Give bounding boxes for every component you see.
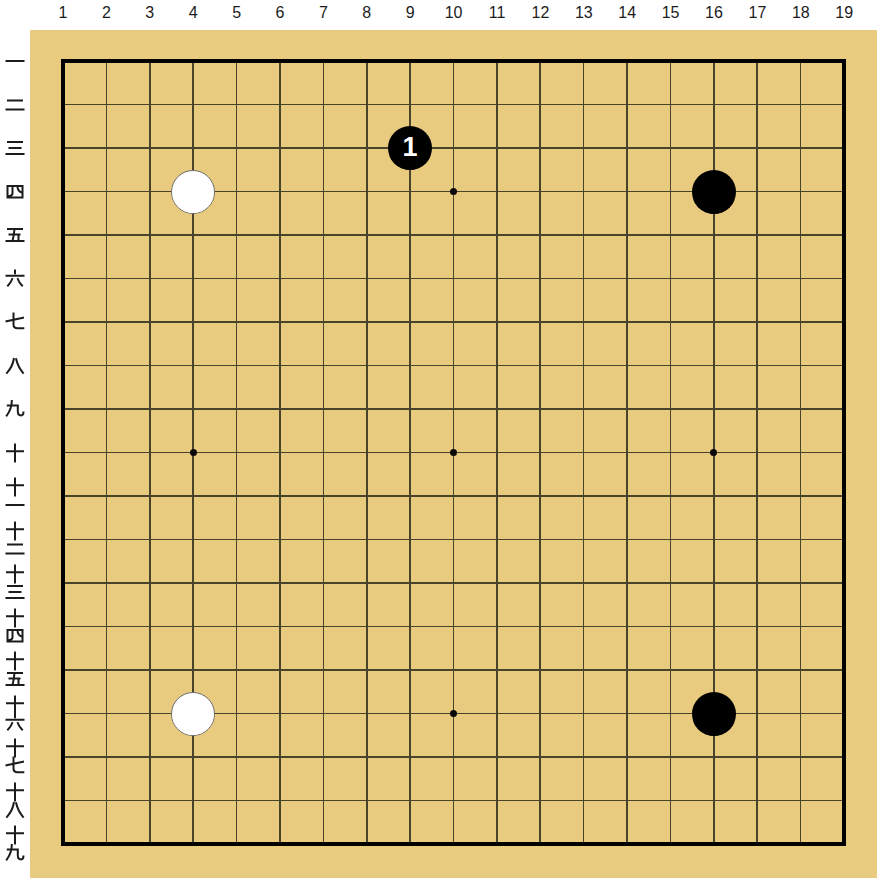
intersection-8-5[interactable] <box>345 213 388 257</box>
intersection-8-9[interactable] <box>345 387 388 431</box>
intersection-12-4[interactable] <box>519 170 562 214</box>
intersection-18-18[interactable] <box>779 779 822 823</box>
intersection-1-15[interactable] <box>41 648 84 692</box>
intersection-8-8[interactable] <box>345 344 388 388</box>
intersection-1-17[interactable] <box>41 735 84 779</box>
intersection-14-11[interactable] <box>605 474 648 518</box>
intersection-3-4[interactable] <box>128 170 171 214</box>
intersection-11-18[interactable] <box>475 779 518 823</box>
intersection-3-16[interactable] <box>128 692 171 736</box>
intersection-6-14[interactable] <box>258 605 301 649</box>
intersection-13-5[interactable] <box>562 213 605 257</box>
intersection-18-8[interactable] <box>779 344 822 388</box>
intersection-15-15[interactable] <box>649 648 692 692</box>
intersection-16-12[interactable] <box>692 518 735 562</box>
intersection-3-12[interactable] <box>128 518 171 562</box>
intersection-3-8[interactable] <box>128 344 171 388</box>
intersection-14-4[interactable] <box>605 170 648 214</box>
intersection-4-12[interactable] <box>171 518 214 562</box>
intersection-5-18[interactable] <box>215 779 258 823</box>
intersection-12-10[interactable] <box>519 431 562 475</box>
intersection-11-4[interactable] <box>475 170 518 214</box>
intersection-6-18[interactable] <box>258 779 301 823</box>
intersection-19-13[interactable] <box>822 561 865 605</box>
intersection-16-19[interactable] <box>692 822 735 866</box>
intersection-10-10[interactable] <box>432 431 475 475</box>
intersection-8-6[interactable] <box>345 257 388 301</box>
intersection-13-19[interactable] <box>562 822 605 866</box>
intersection-4-9[interactable] <box>171 387 214 431</box>
intersection-18-15[interactable] <box>779 648 822 692</box>
intersection-1-19[interactable] <box>41 822 84 866</box>
intersection-8-16[interactable] <box>345 692 388 736</box>
intersection-2-9[interactable] <box>85 387 128 431</box>
intersection-14-2[interactable] <box>605 83 648 127</box>
intersection-6-11[interactable] <box>258 474 301 518</box>
intersection-17-16[interactable] <box>736 692 779 736</box>
intersection-8-11[interactable] <box>345 474 388 518</box>
intersection-14-13[interactable] <box>605 561 648 605</box>
intersection-17-18[interactable] <box>736 779 779 823</box>
intersection-19-14[interactable] <box>822 605 865 649</box>
intersection-17-10[interactable] <box>736 431 779 475</box>
intersection-14-14[interactable] <box>605 605 648 649</box>
intersection-2-17[interactable] <box>85 735 128 779</box>
intersection-17-8[interactable] <box>736 344 779 388</box>
intersection-16-2[interactable] <box>692 83 735 127</box>
intersection-7-18[interactable] <box>302 779 345 823</box>
intersection-14-8[interactable] <box>605 344 648 388</box>
intersection-16-7[interactable] <box>692 300 735 344</box>
intersection-11-13[interactable] <box>475 561 518 605</box>
intersection-10-13[interactable] <box>432 561 475 605</box>
intersection-4-15[interactable] <box>171 648 214 692</box>
intersection-19-1[interactable] <box>822 39 865 83</box>
intersection-6-17[interactable] <box>258 735 301 779</box>
intersection-7-8[interactable] <box>302 344 345 388</box>
intersection-19-10[interactable] <box>822 431 865 475</box>
intersection-3-19[interactable] <box>128 822 171 866</box>
intersection-10-16[interactable] <box>432 692 475 736</box>
intersection-4-5[interactable] <box>171 213 214 257</box>
intersection-14-3[interactable] <box>605 126 648 170</box>
intersection-9-11[interactable] <box>388 474 431 518</box>
intersection-6-19[interactable] <box>258 822 301 866</box>
intersection-7-12[interactable] <box>302 518 345 562</box>
intersection-5-8[interactable] <box>215 344 258 388</box>
intersection-13-2[interactable] <box>562 83 605 127</box>
intersection-9-18[interactable] <box>388 779 431 823</box>
intersection-11-17[interactable] <box>475 735 518 779</box>
intersection-7-10[interactable] <box>302 431 345 475</box>
intersection-19-17[interactable] <box>822 735 865 779</box>
intersection-4-17[interactable] <box>171 735 214 779</box>
intersection-16-6[interactable] <box>692 257 735 301</box>
intersection-7-6[interactable] <box>302 257 345 301</box>
intersection-15-1[interactable] <box>649 39 692 83</box>
intersection-19-2[interactable] <box>822 83 865 127</box>
intersection-4-6[interactable] <box>171 257 214 301</box>
intersection-11-7[interactable] <box>475 300 518 344</box>
intersection-14-15[interactable] <box>605 648 648 692</box>
intersection-5-7[interactable] <box>215 300 258 344</box>
intersection-12-19[interactable] <box>519 822 562 866</box>
intersection-9-13[interactable] <box>388 561 431 605</box>
intersection-18-7[interactable] <box>779 300 822 344</box>
intersection-6-13[interactable] <box>258 561 301 605</box>
intersection-10-5[interactable] <box>432 213 475 257</box>
intersection-18-2[interactable] <box>779 83 822 127</box>
intersection-3-1[interactable] <box>128 39 171 83</box>
intersection-8-15[interactable] <box>345 648 388 692</box>
intersection-7-14[interactable] <box>302 605 345 649</box>
intersection-9-9[interactable] <box>388 387 431 431</box>
intersection-1-16[interactable] <box>41 692 84 736</box>
intersection-16-16[interactable]: ● <box>692 692 735 736</box>
intersection-5-4[interactable] <box>215 170 258 214</box>
intersection-19-7[interactable] <box>822 300 865 344</box>
intersection-5-1[interactable] <box>215 39 258 83</box>
intersection-14-1[interactable] <box>605 39 648 83</box>
intersection-9-8[interactable] <box>388 344 431 388</box>
intersection-15-8[interactable] <box>649 344 692 388</box>
intersection-5-15[interactable] <box>215 648 258 692</box>
intersection-5-11[interactable] <box>215 474 258 518</box>
intersection-9-7[interactable] <box>388 300 431 344</box>
intersection-1-13[interactable] <box>41 561 84 605</box>
intersection-12-2[interactable] <box>519 83 562 127</box>
intersection-14-12[interactable] <box>605 518 648 562</box>
intersection-6-1[interactable] <box>258 39 301 83</box>
intersection-12-15[interactable] <box>519 648 562 692</box>
intersection-15-18[interactable] <box>649 779 692 823</box>
intersection-11-9[interactable] <box>475 387 518 431</box>
intersection-15-14[interactable] <box>649 605 692 649</box>
intersection-19-3[interactable] <box>822 126 865 170</box>
intersection-9-2[interactable] <box>388 83 431 127</box>
intersection-16-1[interactable] <box>692 39 735 83</box>
intersection-16-9[interactable] <box>692 387 735 431</box>
intersection-8-7[interactable] <box>345 300 388 344</box>
intersection-13-9[interactable] <box>562 387 605 431</box>
intersection-18-17[interactable] <box>779 735 822 779</box>
intersection-2-12[interactable] <box>85 518 128 562</box>
intersection-11-1[interactable] <box>475 39 518 83</box>
intersection-15-13[interactable] <box>649 561 692 605</box>
intersection-10-7[interactable] <box>432 300 475 344</box>
intersection-6-15[interactable] <box>258 648 301 692</box>
intersection-15-3[interactable] <box>649 126 692 170</box>
intersection-15-17[interactable] <box>649 735 692 779</box>
intersection-7-5[interactable] <box>302 213 345 257</box>
intersection-2-15[interactable] <box>85 648 128 692</box>
intersection-16-10[interactable] <box>692 431 735 475</box>
intersection-13-11[interactable] <box>562 474 605 518</box>
intersection-11-12[interactable] <box>475 518 518 562</box>
intersection-18-11[interactable] <box>779 474 822 518</box>
intersection-4-4[interactable]: ● <box>171 170 214 214</box>
intersection-18-13[interactable] <box>779 561 822 605</box>
intersection-17-9[interactable] <box>736 387 779 431</box>
intersection-5-3[interactable] <box>215 126 258 170</box>
intersection-12-8[interactable] <box>519 344 562 388</box>
intersection-8-17[interactable] <box>345 735 388 779</box>
intersection-6-3[interactable] <box>258 126 301 170</box>
intersection-17-5[interactable] <box>736 213 779 257</box>
intersection-4-1[interactable] <box>171 39 214 83</box>
intersection-2-16[interactable] <box>85 692 128 736</box>
intersection-12-18[interactable] <box>519 779 562 823</box>
intersection-18-9[interactable] <box>779 387 822 431</box>
intersection-1-4[interactable] <box>41 170 84 214</box>
intersection-10-2[interactable] <box>432 83 475 127</box>
intersection-7-4[interactable] <box>302 170 345 214</box>
intersection-5-16[interactable] <box>215 692 258 736</box>
intersection-14-10[interactable] <box>605 431 648 475</box>
intersection-16-17[interactable] <box>692 735 735 779</box>
intersection-5-19[interactable] <box>215 822 258 866</box>
intersection-19-12[interactable] <box>822 518 865 562</box>
intersection-9-19[interactable] <box>388 822 431 866</box>
intersection-12-7[interactable] <box>519 300 562 344</box>
intersection-13-10[interactable] <box>562 431 605 475</box>
intersection-15-5[interactable] <box>649 213 692 257</box>
intersection-9-17[interactable] <box>388 735 431 779</box>
intersection-8-19[interactable] <box>345 822 388 866</box>
intersection-18-16[interactable] <box>779 692 822 736</box>
intersection-15-11[interactable] <box>649 474 692 518</box>
intersection-14-6[interactable] <box>605 257 648 301</box>
intersection-18-12[interactable] <box>779 518 822 562</box>
intersection-8-10[interactable] <box>345 431 388 475</box>
intersection-10-15[interactable] <box>432 648 475 692</box>
intersection-3-15[interactable] <box>128 648 171 692</box>
intersection-2-11[interactable] <box>85 474 128 518</box>
intersection-3-3[interactable] <box>128 126 171 170</box>
intersection-19-16[interactable] <box>822 692 865 736</box>
intersection-4-14[interactable] <box>171 605 214 649</box>
intersection-12-9[interactable] <box>519 387 562 431</box>
intersection-16-18[interactable] <box>692 779 735 823</box>
intersection-5-6[interactable] <box>215 257 258 301</box>
intersection-15-12[interactable] <box>649 518 692 562</box>
intersection-19-5[interactable] <box>822 213 865 257</box>
intersection-15-4[interactable] <box>649 170 692 214</box>
intersection-13-14[interactable] <box>562 605 605 649</box>
intersection-4-10[interactable] <box>171 431 214 475</box>
intersection-6-8[interactable] <box>258 344 301 388</box>
intersection-10-11[interactable] <box>432 474 475 518</box>
intersection-19-19[interactable] <box>822 822 865 866</box>
intersection-5-2[interactable] <box>215 83 258 127</box>
intersection-10-1[interactable] <box>432 39 475 83</box>
intersection-10-18[interactable] <box>432 779 475 823</box>
intersection-17-2[interactable] <box>736 83 779 127</box>
intersection-11-19[interactable] <box>475 822 518 866</box>
intersection-7-3[interactable] <box>302 126 345 170</box>
intersection-7-15[interactable] <box>302 648 345 692</box>
intersection-1-11[interactable] <box>41 474 84 518</box>
intersection-5-14[interactable] <box>215 605 258 649</box>
intersection-18-3[interactable] <box>779 126 822 170</box>
intersection-12-3[interactable] <box>519 126 562 170</box>
intersection-2-2[interactable] <box>85 83 128 127</box>
intersection-16-14[interactable] <box>692 605 735 649</box>
intersection-13-13[interactable] <box>562 561 605 605</box>
intersection-8-18[interactable] <box>345 779 388 823</box>
intersection-13-15[interactable] <box>562 648 605 692</box>
intersection-15-19[interactable] <box>649 822 692 866</box>
intersection-1-2[interactable] <box>41 83 84 127</box>
intersection-4-16[interactable]: ● <box>171 692 214 736</box>
intersection-13-8[interactable] <box>562 344 605 388</box>
intersection-18-6[interactable] <box>779 257 822 301</box>
intersection-5-13[interactable] <box>215 561 258 605</box>
intersection-8-12[interactable] <box>345 518 388 562</box>
intersection-4-8[interactable] <box>171 344 214 388</box>
intersection-14-18[interactable] <box>605 779 648 823</box>
intersection-9-16[interactable] <box>388 692 431 736</box>
intersection-19-6[interactable] <box>822 257 865 301</box>
intersection-11-10[interactable] <box>475 431 518 475</box>
intersection-12-6[interactable] <box>519 257 562 301</box>
intersection-2-3[interactable] <box>85 126 128 170</box>
intersection-1-18[interactable] <box>41 779 84 823</box>
intersection-12-11[interactable] <box>519 474 562 518</box>
intersection-1-9[interactable] <box>41 387 84 431</box>
intersection-1-1[interactable] <box>41 39 84 83</box>
intersection-3-5[interactable] <box>128 213 171 257</box>
intersection-10-12[interactable] <box>432 518 475 562</box>
intersection-6-4[interactable] <box>258 170 301 214</box>
intersection-18-14[interactable] <box>779 605 822 649</box>
intersection-3-9[interactable] <box>128 387 171 431</box>
intersection-17-11[interactable] <box>736 474 779 518</box>
intersection-6-7[interactable] <box>258 300 301 344</box>
intersection-7-13[interactable] <box>302 561 345 605</box>
intersection-4-3[interactable] <box>171 126 214 170</box>
intersection-2-1[interactable] <box>85 39 128 83</box>
intersection-6-2[interactable] <box>258 83 301 127</box>
intersection-1-7[interactable] <box>41 300 84 344</box>
intersection-8-1[interactable] <box>345 39 388 83</box>
intersection-11-5[interactable] <box>475 213 518 257</box>
intersection-8-14[interactable] <box>345 605 388 649</box>
intersection-13-4[interactable] <box>562 170 605 214</box>
intersection-10-9[interactable] <box>432 387 475 431</box>
intersection-16-15[interactable] <box>692 648 735 692</box>
intersection-9-5[interactable] <box>388 213 431 257</box>
intersection-14-7[interactable] <box>605 300 648 344</box>
intersection-2-6[interactable] <box>85 257 128 301</box>
intersection-18-19[interactable] <box>779 822 822 866</box>
intersection-17-7[interactable] <box>736 300 779 344</box>
intersection-3-13[interactable] <box>128 561 171 605</box>
intersection-1-12[interactable] <box>41 518 84 562</box>
intersection-17-14[interactable] <box>736 605 779 649</box>
intersection-13-1[interactable] <box>562 39 605 83</box>
intersection-9-4[interactable] <box>388 170 431 214</box>
intersection-3-11[interactable] <box>128 474 171 518</box>
intersection-5-17[interactable] <box>215 735 258 779</box>
intersection-3-18[interactable] <box>128 779 171 823</box>
intersection-1-5[interactable] <box>41 213 84 257</box>
intersection-1-14[interactable] <box>41 605 84 649</box>
intersection-18-10[interactable] <box>779 431 822 475</box>
intersection-4-11[interactable] <box>171 474 214 518</box>
intersection-17-6[interactable] <box>736 257 779 301</box>
intersection-11-3[interactable] <box>475 126 518 170</box>
intersection-1-8[interactable] <box>41 344 84 388</box>
intersection-2-13[interactable] <box>85 561 128 605</box>
intersection-18-5[interactable] <box>779 213 822 257</box>
intersection-7-11[interactable] <box>302 474 345 518</box>
intersection-3-17[interactable] <box>128 735 171 779</box>
intersection-17-13[interactable] <box>736 561 779 605</box>
intersection-1-10[interactable] <box>41 431 84 475</box>
intersection-5-9[interactable] <box>215 387 258 431</box>
intersection-6-12[interactable] <box>258 518 301 562</box>
intersection-18-4[interactable] <box>779 170 822 214</box>
intersection-12-12[interactable] <box>519 518 562 562</box>
intersection-2-5[interactable] <box>85 213 128 257</box>
intersection-17-19[interactable] <box>736 822 779 866</box>
intersection-2-8[interactable] <box>85 344 128 388</box>
intersection-17-12[interactable] <box>736 518 779 562</box>
intersection-5-10[interactable] <box>215 431 258 475</box>
intersection-13-12[interactable] <box>562 518 605 562</box>
intersection-14-16[interactable] <box>605 692 648 736</box>
intersection-15-2[interactable] <box>649 83 692 127</box>
intersection-16-8[interactable] <box>692 344 735 388</box>
intersection-9-1[interactable] <box>388 39 431 83</box>
intersection-11-2[interactable] <box>475 83 518 127</box>
intersection-17-4[interactable] <box>736 170 779 214</box>
intersection-7-1[interactable] <box>302 39 345 83</box>
intersection-10-8[interactable] <box>432 344 475 388</box>
intersection-10-19[interactable] <box>432 822 475 866</box>
intersection-11-11[interactable] <box>475 474 518 518</box>
intersection-9-10[interactable] <box>388 431 431 475</box>
intersection-19-15[interactable] <box>822 648 865 692</box>
intersection-9-3[interactable]: ●1 <box>388 126 431 170</box>
intersection-17-1[interactable] <box>736 39 779 83</box>
intersection-9-15[interactable] <box>388 648 431 692</box>
intersection-5-12[interactable] <box>215 518 258 562</box>
intersection-14-5[interactable] <box>605 213 648 257</box>
intersection-9-14[interactable] <box>388 605 431 649</box>
intersection-3-6[interactable] <box>128 257 171 301</box>
intersection-3-2[interactable] <box>128 83 171 127</box>
intersection-11-15[interactable] <box>475 648 518 692</box>
intersection-14-19[interactable] <box>605 822 648 866</box>
intersection-13-6[interactable] <box>562 257 605 301</box>
intersection-15-16[interactable] <box>649 692 692 736</box>
intersection-6-9[interactable] <box>258 387 301 431</box>
intersection-4-7[interactable] <box>171 300 214 344</box>
intersection-14-9[interactable] <box>605 387 648 431</box>
intersection-5-5[interactable] <box>215 213 258 257</box>
intersection-2-10[interactable] <box>85 431 128 475</box>
intersection-6-5[interactable] <box>258 213 301 257</box>
intersection-19-4[interactable] <box>822 170 865 214</box>
intersection-16-5[interactable] <box>692 213 735 257</box>
intersection-9-6[interactable] <box>388 257 431 301</box>
intersection-8-4[interactable] <box>345 170 388 214</box>
intersection-11-6[interactable] <box>475 257 518 301</box>
intersection-16-11[interactable] <box>692 474 735 518</box>
intersection-13-17[interactable] <box>562 735 605 779</box>
